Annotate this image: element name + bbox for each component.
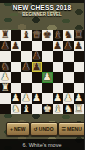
white-rook: ♜ bbox=[74, 104, 83, 115]
white-pawn: ♟ bbox=[74, 93, 83, 104]
black-bishop: ♝ bbox=[53, 30, 62, 41]
square-b5[interactable] bbox=[11, 62, 22, 73]
square-f2[interactable]: ♟ bbox=[53, 93, 64, 104]
square-a2[interactable] bbox=[0, 93, 11, 104]
square-e7[interactable] bbox=[42, 41, 53, 52]
black-pawn: ♟ bbox=[53, 41, 62, 52]
square-d6[interactable]: ♟ bbox=[32, 51, 43, 62]
white-pawn: ♟ bbox=[22, 93, 31, 104]
black-pawn: ♟ bbox=[64, 41, 73, 52]
square-a7[interactable]: ♟ bbox=[0, 41, 11, 52]
square-c1[interactable]: ♝ bbox=[21, 104, 32, 115]
white-rook: ♜ bbox=[1, 83, 10, 94]
white-bishop: ♝ bbox=[53, 104, 62, 115]
white-king: ♚ bbox=[43, 104, 52, 115]
menu-label: MENU bbox=[67, 126, 82, 132]
difficulty-label: BEGINNER LEVEL bbox=[0, 12, 84, 17]
square-d8[interactable]: ♛ bbox=[32, 30, 43, 41]
square-c6[interactable] bbox=[21, 51, 32, 62]
square-b4[interactable] bbox=[11, 72, 22, 83]
app-title: NEW CHESS 2018 bbox=[0, 4, 84, 11]
square-d2[interactable]: ♟ bbox=[32, 93, 43, 104]
square-c4[interactable] bbox=[21, 72, 32, 83]
square-f8[interactable]: ♝ bbox=[53, 30, 64, 41]
move-status-text: 6. White's move bbox=[23, 142, 62, 148]
status-bar: 6. White's move bbox=[0, 139, 84, 150]
white-knight: ♞ bbox=[64, 104, 73, 115]
square-c7[interactable] bbox=[21, 41, 32, 52]
black-king: ♚ bbox=[43, 30, 52, 41]
square-a4[interactable]: ♟ bbox=[0, 72, 11, 83]
square-d1[interactable] bbox=[32, 104, 43, 115]
square-g1[interactable]: ♞ bbox=[63, 104, 74, 115]
black-pawn: ♟ bbox=[11, 41, 20, 52]
square-b7[interactable]: ♟ bbox=[11, 41, 22, 52]
square-g4[interactable] bbox=[63, 72, 74, 83]
undo-label: UNDO bbox=[39, 126, 54, 132]
square-g5[interactable] bbox=[63, 62, 74, 73]
plus-icon: + bbox=[10, 126, 13, 132]
square-h1[interactable]: ♜ bbox=[74, 104, 85, 115]
square-h7[interactable]: ♟ bbox=[74, 41, 85, 52]
black-rook: ♜ bbox=[74, 30, 83, 41]
square-e8[interactable]: ♚ bbox=[42, 30, 53, 41]
white-pawn: ♟ bbox=[53, 93, 62, 104]
square-e3[interactable] bbox=[42, 83, 53, 94]
square-b1[interactable]: ♞ bbox=[11, 104, 22, 115]
chess-app-screen: NEW CHESS 2018 BEGINNER LEVEL ♜♝♛♚♝♞♜♟♟♟… bbox=[0, 0, 84, 150]
square-d4[interactable] bbox=[32, 72, 43, 83]
square-h2[interactable]: ♟ bbox=[74, 93, 85, 104]
white-knight: ♞ bbox=[11, 104, 20, 115]
square-h8[interactable]: ♜ bbox=[74, 30, 85, 41]
square-h5[interactable] bbox=[74, 62, 85, 73]
square-a1[interactable] bbox=[0, 104, 11, 115]
square-d5[interactable]: ♟ bbox=[32, 62, 43, 73]
toolbar: + NEW ↺ UNDO ☰ MENU bbox=[0, 122, 84, 137]
square-e2[interactable] bbox=[42, 93, 53, 104]
square-a3[interactable]: ♜ bbox=[0, 83, 11, 94]
square-h6[interactable] bbox=[74, 51, 85, 62]
white-pawn: ♟ bbox=[43, 72, 52, 83]
black-queen: ♛ bbox=[32, 30, 41, 41]
square-e4[interactable]: ♟ bbox=[42, 72, 53, 83]
white-pawn: ♟ bbox=[11, 93, 20, 104]
square-g2[interactable]: ♟ bbox=[63, 93, 74, 104]
black-pawn: ♟ bbox=[1, 41, 10, 52]
square-c5[interactable]: ♟ bbox=[21, 62, 32, 73]
square-g7[interactable]: ♟ bbox=[63, 41, 74, 52]
chess-board: ♜♝♛♚♝♞♜♟♟♟♟♟♟♞♟♟♟♟♜♟♟♟♟♟♟♞♝♚♝♞♜ bbox=[0, 30, 84, 114]
black-pawn: ♟ bbox=[22, 62, 31, 73]
square-a6[interactable] bbox=[0, 51, 11, 62]
square-g8[interactable]: ♞ bbox=[63, 30, 74, 41]
white-pawn: ♟ bbox=[32, 93, 41, 104]
square-b6[interactable] bbox=[11, 51, 22, 62]
black-rook: ♜ bbox=[1, 30, 10, 41]
square-a8[interactable]: ♜ bbox=[0, 30, 11, 41]
undo-button[interactable]: ↺ UNDO bbox=[30, 122, 58, 136]
square-h4[interactable] bbox=[74, 72, 85, 83]
black-bishop: ♝ bbox=[22, 30, 31, 41]
square-e1[interactable]: ♚ bbox=[42, 104, 53, 115]
square-c8[interactable]: ♝ bbox=[21, 30, 32, 41]
square-f6[interactable] bbox=[53, 51, 64, 62]
white-pawn: ♟ bbox=[64, 93, 73, 104]
black-pawn: ♟ bbox=[32, 62, 41, 73]
square-e6[interactable] bbox=[42, 51, 53, 62]
top-strip bbox=[0, 0, 84, 3]
square-f7[interactable]: ♟ bbox=[53, 41, 64, 52]
square-f5[interactable] bbox=[53, 62, 64, 73]
square-f4[interactable] bbox=[53, 72, 64, 83]
square-f1[interactable]: ♝ bbox=[53, 104, 64, 115]
undo-icon: ↺ bbox=[34, 126, 38, 132]
black-knight: ♞ bbox=[64, 30, 73, 41]
square-g6[interactable] bbox=[63, 51, 74, 62]
menu-button[interactable]: ☰ MENU bbox=[58, 122, 84, 136]
white-bishop: ♝ bbox=[22, 104, 31, 115]
menu-icon: ☰ bbox=[62, 126, 66, 132]
square-c2[interactable]: ♟ bbox=[21, 93, 32, 104]
square-b8[interactable] bbox=[11, 30, 22, 41]
new-game-label: NEW bbox=[14, 126, 26, 132]
white-pawn: ♟ bbox=[1, 72, 10, 83]
black-pawn: ♟ bbox=[32, 51, 41, 62]
black-pawn: ♟ bbox=[74, 41, 83, 52]
new-game-button[interactable]: + NEW bbox=[6, 122, 30, 136]
square-b2[interactable]: ♟ bbox=[11, 93, 22, 104]
